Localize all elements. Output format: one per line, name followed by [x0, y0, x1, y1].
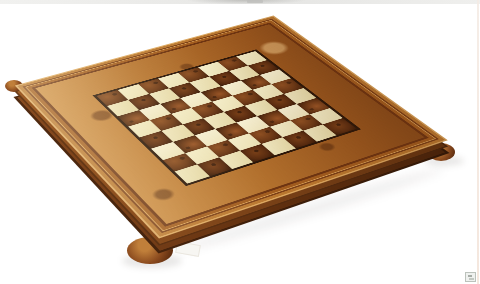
top-edge-smudge	[150, 0, 310, 6]
board-scene	[0, 0, 480, 284]
playing-area-border	[93, 49, 361, 186]
icon-glyph-mark	[469, 278, 474, 280]
product-photo-canvas	[0, 0, 480, 284]
chess-board	[15, 16, 448, 239]
right-edge-line	[477, 0, 479, 284]
icon-glyph-mark	[468, 275, 472, 277]
broken-image-icon	[465, 272, 476, 282]
playing-area	[97, 51, 357, 183]
burl-frame-band	[35, 24, 424, 224]
top-edge-dash	[247, 0, 263, 3]
